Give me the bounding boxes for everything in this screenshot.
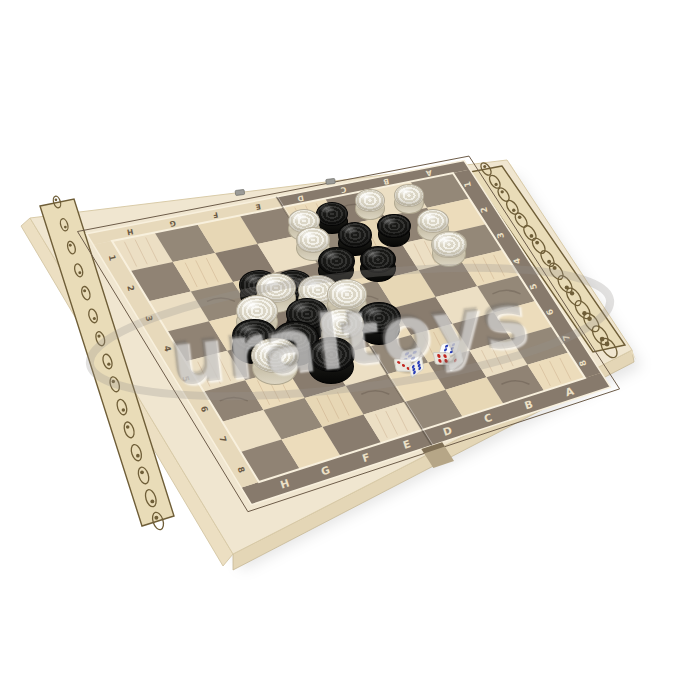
ornament-dot: [483, 165, 486, 168]
ornament-dot: [501, 190, 504, 193]
ornament-dot: [64, 226, 67, 229]
ornament-dot: [150, 499, 154, 503]
ornament-dot: [535, 241, 539, 245]
ornament-dot: [83, 289, 86, 292]
piece-top: [360, 246, 397, 274]
white-checker: [431, 231, 464, 265]
piece-top: [320, 308, 364, 341]
piece-top: [355, 189, 386, 212]
black-checker: [308, 337, 353, 383]
product-photo-stage: HGFEDCBAHGFEDCBA1234567812345678 uraltoy…: [0, 0, 700, 700]
ornament-dot: [126, 425, 130, 429]
die: [433, 339, 463, 369]
die-pip: [413, 370, 416, 375]
ornament-dot: [136, 454, 140, 458]
ornament-dot: [55, 199, 58, 202]
ornament-dot: [547, 260, 551, 264]
die-pip: [452, 343, 456, 346]
ornament-dot: [553, 266, 557, 270]
die-pip: [451, 347, 455, 350]
ornament-dot: [587, 316, 592, 321]
ornament-dot: [530, 234, 534, 238]
die-pip: [402, 364, 406, 367]
ornament-dot: [97, 334, 100, 337]
die-pip: [444, 348, 448, 351]
piece-top: [338, 222, 372, 248]
die-pip: [437, 354, 441, 357]
piece-top: [431, 231, 466, 257]
ornament-dot: [107, 363, 110, 366]
piece-top: [318, 247, 355, 275]
ornament-dot: [518, 215, 522, 219]
die-pip: [438, 359, 442, 362]
piece-top: [377, 214, 410, 239]
piece-top: [308, 337, 355, 372]
die-pip: [443, 355, 447, 358]
white-checker: [251, 338, 296, 384]
die-pip: [450, 350, 454, 353]
die-pip: [445, 345, 449, 348]
ornament-dot: [93, 317, 96, 320]
ornament-dot: [69, 244, 72, 247]
piece-top: [357, 302, 400, 334]
black-checker: [377, 214, 408, 246]
hinge-icon: [235, 189, 245, 195]
die-pip: [454, 358, 457, 363]
ornament-dot: [605, 342, 610, 347]
ornament-dot: [122, 408, 125, 411]
piece-top: [394, 184, 424, 207]
ornament-dot: [570, 291, 574, 295]
ornament-dot: [112, 380, 115, 383]
ornament-dot: [154, 516, 158, 520]
die: [394, 346, 424, 376]
die-pip: [413, 351, 417, 354]
piece-top: [251, 338, 298, 373]
die-pip: [418, 366, 421, 371]
hinge-icon: [326, 178, 336, 184]
ornament-dot: [494, 183, 497, 186]
ornament-dot: [140, 470, 144, 474]
black-checker: [360, 246, 395, 282]
die-pip: [411, 357, 415, 360]
die-pip: [397, 361, 401, 364]
ornament-dot: [512, 208, 515, 211]
ornament-dot: [78, 271, 81, 274]
